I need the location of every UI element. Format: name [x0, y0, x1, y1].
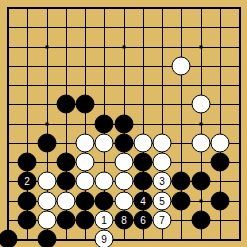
grid-line-vertical [239, 8, 240, 240]
stone-black [134, 153, 153, 172]
stone-white [134, 134, 153, 153]
stone-black [0, 230, 18, 247]
stone-white: 3 [153, 172, 172, 191]
stone-white [38, 172, 57, 191]
stone-black [57, 153, 76, 172]
stone-white [95, 172, 114, 191]
stone-black [57, 172, 76, 191]
move-number-label: 6 [140, 215, 146, 225]
stone-white: 5 [153, 192, 172, 211]
stone-black [57, 95, 76, 114]
move-number-label: 2 [24, 176, 30, 186]
stone-black: 8 [115, 211, 134, 230]
stone-white [76, 172, 95, 191]
move-number-label: 1 [101, 215, 107, 225]
stone-black: 6 [134, 211, 153, 230]
move-number-label: 8 [121, 215, 127, 225]
hoshi-point [200, 123, 203, 126]
stone-white [115, 172, 134, 191]
stone-white: 7 [153, 211, 172, 230]
move-number-label: 4 [140, 196, 146, 206]
go-board: 234518679 [0, 0, 247, 247]
stone-black [115, 134, 134, 153]
stone-white [57, 192, 76, 211]
stone-black [172, 192, 191, 211]
hoshi-point [46, 46, 49, 49]
stone-black [192, 172, 211, 191]
stone-white [38, 192, 57, 211]
hoshi-point [200, 200, 203, 203]
stone-black [134, 172, 153, 191]
stone-white [153, 153, 172, 172]
stone-white [95, 134, 114, 153]
stone-black: 2 [18, 172, 37, 191]
hoshi-point [46, 123, 49, 126]
stone-black [192, 211, 211, 230]
stone-black [38, 230, 57, 247]
stone-white: 9 [95, 230, 114, 247]
stone-white [192, 95, 211, 114]
stone-white [211, 134, 230, 153]
stone-white [115, 153, 134, 172]
stone-black [115, 115, 134, 134]
stone-black [18, 153, 37, 172]
stone-white [76, 153, 95, 172]
stone-white [192, 134, 211, 153]
stone-white [115, 192, 134, 211]
hoshi-point [200, 46, 203, 49]
move-number-label: 9 [101, 234, 107, 244]
stone-black [38, 134, 57, 153]
stone-black [18, 211, 37, 230]
stone-black [76, 211, 95, 230]
stone-black [211, 192, 230, 211]
stone-black [57, 211, 76, 230]
move-number-label: 3 [159, 176, 165, 186]
stone-white [172, 57, 191, 76]
stone-black: 4 [134, 192, 153, 211]
stone-black [76, 192, 95, 211]
stone-white [38, 211, 57, 230]
stone-black [95, 115, 114, 134]
move-number-label: 7 [159, 215, 165, 225]
stone-black [18, 192, 37, 211]
stone-black [76, 95, 95, 114]
stone-white: 1 [95, 211, 114, 230]
stone-black [172, 172, 191, 191]
stone-black [211, 153, 230, 172]
stone-white [153, 134, 172, 153]
stone-white [76, 134, 95, 153]
move-number-label: 5 [159, 196, 165, 206]
stone-black [95, 192, 114, 211]
hoshi-point [123, 46, 126, 49]
